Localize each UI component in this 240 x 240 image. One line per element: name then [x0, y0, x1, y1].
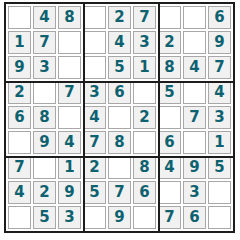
cell-r2c5[interactable]: 4: [108, 31, 131, 54]
cell-r1c9[interactable]: 6: [208, 6, 231, 29]
cell-r2c1[interactable]: 1: [8, 31, 31, 54]
cell-r9c4[interactable]: [83, 206, 106, 229]
cell-r7c1[interactable]: 7: [8, 156, 31, 179]
cell-r6c4[interactable]: 7: [83, 131, 106, 154]
cell-r8c3[interactable]: 9: [58, 181, 81, 204]
cell-r5c7[interactable]: [158, 106, 181, 129]
cell-r3c1[interactable]: 9: [8, 56, 31, 79]
cell-r1c4[interactable]: [83, 6, 106, 29]
cell-r2c6[interactable]: 3: [133, 31, 156, 54]
cell-r2c8[interactable]: [183, 31, 206, 54]
cell-r4c3[interactable]: 7: [58, 81, 81, 104]
cell-r7c4[interactable]: 2: [83, 156, 106, 179]
cell-r1c8[interactable]: [183, 6, 206, 29]
cell-r7c5[interactable]: [108, 156, 131, 179]
cell-r2c4[interactable]: [83, 31, 106, 54]
cell-r7c8[interactable]: 9: [183, 156, 206, 179]
cell-r6c2[interactable]: 9: [33, 131, 56, 154]
cell-r7c2[interactable]: [33, 156, 56, 179]
cell-r5c1[interactable]: 6: [8, 106, 31, 129]
cell-r1c7[interactable]: [158, 6, 181, 29]
cell-r5c3[interactable]: [58, 106, 81, 129]
cell-r6c9[interactable]: 1: [208, 131, 231, 154]
cell-r6c3[interactable]: 4: [58, 131, 81, 154]
cell-r7c9[interactable]: 5: [208, 156, 231, 179]
cell-r4c9[interactable]: 4: [208, 81, 231, 104]
cell-r3c4[interactable]: [83, 56, 106, 79]
cell-r2c2[interactable]: 7: [33, 31, 56, 54]
cell-r3c8[interactable]: 4: [183, 56, 206, 79]
cell-r9c9[interactable]: [208, 206, 231, 229]
cell-r9c2[interactable]: 5: [33, 206, 56, 229]
cell-r4c6[interactable]: [133, 81, 156, 104]
cell-r6c5[interactable]: 8: [108, 131, 131, 154]
cell-r1c3[interactable]: 8: [58, 6, 81, 29]
cell-r8c4[interactable]: 5: [83, 181, 106, 204]
cell-r6c6[interactable]: [133, 131, 156, 154]
cell-r9c3[interactable]: 3: [58, 206, 81, 229]
cell-r9c8[interactable]: 6: [183, 206, 206, 229]
cell-r8c9[interactable]: [208, 181, 231, 204]
cell-r4c4[interactable]: 3: [83, 81, 106, 104]
cell-r4c1[interactable]: 2: [8, 81, 31, 104]
cell-r2c9[interactable]: 9: [208, 31, 231, 54]
cell-r9c7[interactable]: 7: [158, 206, 181, 229]
cell-r1c1[interactable]: [8, 6, 31, 29]
cell-r5c6[interactable]: 2: [133, 106, 156, 129]
cell-r9c1[interactable]: [8, 206, 31, 229]
cell-r8c1[interactable]: 4: [8, 181, 31, 204]
cell-r5c9[interactable]: 3: [208, 106, 231, 129]
cell-r4c7[interactable]: 5: [158, 81, 181, 104]
cell-r1c5[interactable]: 2: [108, 6, 131, 29]
cell-r5c8[interactable]: 7: [183, 106, 206, 129]
cell-r8c5[interactable]: 7: [108, 181, 131, 204]
cell-r4c2[interactable]: [33, 81, 56, 104]
cell-r4c5[interactable]: 6: [108, 81, 131, 104]
cell-r2c3[interactable]: [58, 31, 81, 54]
cell-r9c6[interactable]: [133, 206, 156, 229]
cell-r4c8[interactable]: [183, 81, 206, 104]
cell-r9c5[interactable]: 9: [108, 206, 131, 229]
cell-r8c8[interactable]: 3: [183, 181, 206, 204]
cell-r3c2[interactable]: 3: [33, 56, 56, 79]
cell-r8c6[interactable]: 6: [133, 181, 156, 204]
cell-r3c9[interactable]: 7: [208, 56, 231, 79]
cell-r6c1[interactable]: [8, 131, 31, 154]
cell-r6c7[interactable]: 6: [158, 131, 181, 154]
cell-r1c6[interactable]: 7: [133, 6, 156, 29]
cell-r6c8[interactable]: [183, 131, 206, 154]
cell-r1c2[interactable]: 4: [33, 6, 56, 29]
cell-r5c2[interactable]: 8: [33, 106, 56, 129]
cell-r8c2[interactable]: 2: [33, 181, 56, 204]
cell-r3c3[interactable]: [58, 56, 81, 79]
cell-r3c7[interactable]: 8: [158, 56, 181, 79]
cell-r2c7[interactable]: 2: [158, 31, 181, 54]
cell-r3c6[interactable]: 1: [133, 56, 156, 79]
cell-r7c6[interactable]: 8: [133, 156, 156, 179]
cell-r7c3[interactable]: 1: [58, 156, 81, 179]
cell-r8c7[interactable]: [158, 181, 181, 204]
cell-r3c5[interactable]: 5: [108, 56, 131, 79]
sudoku-board: 4827617432993518472736546842739478617128…: [4, 2, 235, 233]
cell-r5c5[interactable]: [108, 106, 131, 129]
cell-r7c7[interactable]: 4: [158, 156, 181, 179]
cell-r5c4[interactable]: 4: [83, 106, 106, 129]
